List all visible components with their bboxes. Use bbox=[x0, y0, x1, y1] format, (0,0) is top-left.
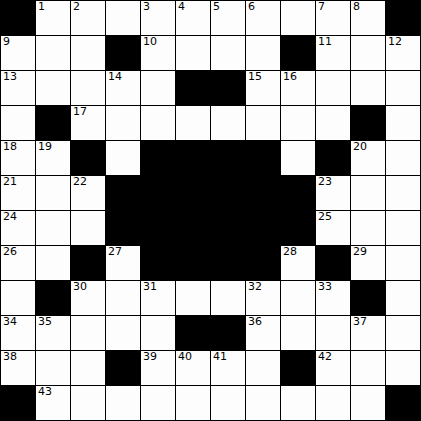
black-cell-r5c5 bbox=[176, 176, 210, 210]
black-cell-r5c6 bbox=[211, 176, 245, 210]
black-cell-r6c6 bbox=[211, 211, 245, 245]
cell-r0c7[interactable]: 6 bbox=[246, 1, 280, 35]
cell-r3c6[interactable] bbox=[211, 106, 245, 140]
black-cell-r8c1 bbox=[36, 281, 70, 315]
cell-r1c4[interactable]: 10 bbox=[141, 36, 175, 70]
cell-r11c5[interactable] bbox=[176, 386, 210, 420]
cell-r8c2[interactable]: 30 bbox=[71, 281, 105, 315]
black-cell-r9c6 bbox=[211, 316, 245, 350]
cell-r10c10[interactable] bbox=[351, 351, 385, 385]
cell-r9c3[interactable] bbox=[106, 316, 140, 350]
cell-r0c10[interactable]: 8 bbox=[351, 1, 385, 35]
black-cell-r8c10 bbox=[351, 281, 385, 315]
cell-r11c9[interactable] bbox=[316, 386, 350, 420]
black-cell-r10c3 bbox=[106, 351, 140, 385]
cell-r10c6[interactable]: 41 bbox=[211, 351, 245, 385]
cell-r2c10[interactable] bbox=[351, 71, 385, 105]
crossword-grid: 1234567891011121314151617181920212223242… bbox=[0, 0, 421, 421]
black-cell-r4c5 bbox=[176, 141, 210, 175]
cell-r2c11[interactable] bbox=[386, 71, 420, 105]
clue-number: 24 bbox=[3, 211, 17, 223]
cell-r4c10[interactable]: 20 bbox=[351, 141, 385, 175]
cell-r7c1[interactable] bbox=[36, 246, 70, 280]
clue-number: 8 bbox=[353, 1, 360, 13]
cell-r2c9[interactable] bbox=[316, 71, 350, 105]
cell-r4c8[interactable] bbox=[281, 141, 315, 175]
clue-number: 15 bbox=[248, 71, 262, 83]
cell-r3c5[interactable] bbox=[176, 106, 210, 140]
clue-number: 29 bbox=[353, 246, 367, 258]
cell-r0c6[interactable]: 5 bbox=[211, 1, 245, 35]
black-cell-r4c2 bbox=[71, 141, 105, 175]
cell-r5c9[interactable]: 23 bbox=[316, 176, 350, 210]
cell-r10c4[interactable]: 39 bbox=[141, 351, 175, 385]
black-cell-r5c4 bbox=[141, 176, 175, 210]
cell-r7c11[interactable] bbox=[386, 246, 420, 280]
cell-r9c1[interactable]: 35 bbox=[36, 316, 70, 350]
clue-number: 5 bbox=[213, 1, 220, 13]
cell-r8c11[interactable] bbox=[386, 281, 420, 315]
black-cell-r11c0 bbox=[1, 386, 35, 420]
cell-r8c5[interactable] bbox=[176, 281, 210, 315]
black-cell-r0c11 bbox=[386, 1, 420, 35]
cell-r10c0[interactable]: 38 bbox=[1, 351, 35, 385]
cell-r0c5[interactable]: 4 bbox=[176, 1, 210, 35]
cell-r2c4[interactable] bbox=[141, 71, 175, 105]
cell-r2c2[interactable] bbox=[71, 71, 105, 105]
clue-number: 33 bbox=[318, 281, 332, 293]
cell-r1c6[interactable] bbox=[211, 36, 245, 70]
clue-number: 30 bbox=[73, 281, 87, 293]
cell-r10c9[interactable]: 42 bbox=[316, 351, 350, 385]
black-cell-r2c5 bbox=[176, 71, 210, 105]
cell-r9c10[interactable]: 37 bbox=[351, 316, 385, 350]
black-cell-r7c4 bbox=[141, 246, 175, 280]
cell-r1c11[interactable]: 12 bbox=[386, 36, 420, 70]
cell-r6c11[interactable] bbox=[386, 211, 420, 245]
black-cell-r0c0 bbox=[1, 1, 35, 35]
cell-r1c2[interactable] bbox=[71, 36, 105, 70]
black-cell-r7c5 bbox=[176, 246, 210, 280]
cell-r11c2[interactable] bbox=[71, 386, 105, 420]
black-cell-r5c7 bbox=[246, 176, 280, 210]
black-cell-r6c8 bbox=[281, 211, 315, 245]
cell-r0c4[interactable]: 3 bbox=[141, 1, 175, 35]
cell-r3c3[interactable] bbox=[106, 106, 140, 140]
cell-r7c8[interactable]: 28 bbox=[281, 246, 315, 280]
cell-r3c4[interactable] bbox=[141, 106, 175, 140]
cell-r11c1[interactable]: 43 bbox=[36, 386, 70, 420]
clue-number: 28 bbox=[283, 246, 297, 258]
cell-r5c1[interactable] bbox=[36, 176, 70, 210]
cell-r0c8[interactable] bbox=[281, 1, 315, 35]
black-cell-r10c8 bbox=[281, 351, 315, 385]
cell-r7c0[interactable]: 26 bbox=[1, 246, 35, 280]
cell-r5c0[interactable]: 21 bbox=[1, 176, 35, 210]
black-cell-r4c6 bbox=[211, 141, 245, 175]
clue-number: 9 bbox=[3, 36, 10, 48]
cell-r11c10[interactable] bbox=[351, 386, 385, 420]
clue-number: 38 bbox=[3, 351, 17, 363]
clue-number: 17 bbox=[73, 106, 87, 118]
cell-r9c8[interactable] bbox=[281, 316, 315, 350]
black-cell-r5c3 bbox=[106, 176, 140, 210]
black-cell-r5c8 bbox=[281, 176, 315, 210]
cell-r4c11[interactable] bbox=[386, 141, 420, 175]
clue-number: 13 bbox=[3, 71, 17, 83]
cell-r8c8[interactable] bbox=[281, 281, 315, 315]
black-cell-r7c2 bbox=[71, 246, 105, 280]
cell-r10c5[interactable]: 40 bbox=[176, 351, 210, 385]
black-cell-r7c6 bbox=[211, 246, 245, 280]
clue-number: 35 bbox=[38, 316, 52, 328]
cell-r2c7[interactable]: 15 bbox=[246, 71, 280, 105]
clue-number: 39 bbox=[143, 351, 157, 363]
cell-r9c11[interactable] bbox=[386, 316, 420, 350]
clue-number: 42 bbox=[318, 351, 332, 363]
cell-r1c10[interactable] bbox=[351, 36, 385, 70]
cell-r8c6[interactable] bbox=[211, 281, 245, 315]
cell-r3c9[interactable] bbox=[316, 106, 350, 140]
clue-number: 43 bbox=[38, 386, 52, 398]
cell-r4c3[interactable] bbox=[106, 141, 140, 175]
clue-number: 34 bbox=[3, 316, 17, 328]
clue-number: 12 bbox=[388, 36, 402, 48]
cell-r1c9[interactable]: 11 bbox=[316, 36, 350, 70]
black-cell-r4c4 bbox=[141, 141, 175, 175]
black-cell-r6c3 bbox=[106, 211, 140, 245]
black-cell-r4c7 bbox=[246, 141, 280, 175]
cell-r6c1[interactable] bbox=[36, 211, 70, 245]
cell-r2c0[interactable]: 13 bbox=[1, 71, 35, 105]
clue-number: 36 bbox=[248, 316, 262, 328]
cell-r3c7[interactable] bbox=[246, 106, 280, 140]
black-cell-r2c6 bbox=[211, 71, 245, 105]
cell-r10c1[interactable] bbox=[36, 351, 70, 385]
cell-r5c2[interactable]: 22 bbox=[71, 176, 105, 210]
cell-r9c7[interactable]: 36 bbox=[246, 316, 280, 350]
cell-r1c7[interactable] bbox=[246, 36, 280, 70]
cell-r5c10[interactable] bbox=[351, 176, 385, 210]
clue-number: 23 bbox=[318, 176, 332, 188]
clue-number: 22 bbox=[73, 176, 87, 188]
cell-r4c0[interactable]: 18 bbox=[1, 141, 35, 175]
clue-number: 27 bbox=[108, 246, 122, 258]
cell-r3c2[interactable]: 17 bbox=[71, 106, 105, 140]
black-cell-r6c5 bbox=[176, 211, 210, 245]
black-cell-r4c9 bbox=[316, 141, 350, 175]
cell-r7c3[interactable]: 27 bbox=[106, 246, 140, 280]
cell-r2c1[interactable] bbox=[36, 71, 70, 105]
black-cell-r1c3 bbox=[106, 36, 140, 70]
cell-r6c9[interactable]: 25 bbox=[316, 211, 350, 245]
clue-number: 1 bbox=[38, 1, 45, 13]
cell-r3c11[interactable] bbox=[386, 106, 420, 140]
cell-r6c2[interactable] bbox=[71, 211, 105, 245]
cell-r8c4[interactable]: 31 bbox=[141, 281, 175, 315]
clue-number: 31 bbox=[143, 281, 157, 293]
cell-r5c11[interactable] bbox=[386, 176, 420, 210]
cell-r11c3[interactable] bbox=[106, 386, 140, 420]
cell-r6c0[interactable]: 24 bbox=[1, 211, 35, 245]
cell-r8c7[interactable]: 32 bbox=[246, 281, 280, 315]
clue-number: 40 bbox=[178, 351, 192, 363]
cell-r2c8[interactable]: 16 bbox=[281, 71, 315, 105]
black-cell-r3c1 bbox=[36, 106, 70, 140]
cell-r10c2[interactable] bbox=[71, 351, 105, 385]
cell-r0c3[interactable] bbox=[106, 1, 140, 35]
cell-r1c1[interactable] bbox=[36, 36, 70, 70]
clue-number: 11 bbox=[318, 36, 332, 48]
cell-r6c10[interactable] bbox=[351, 211, 385, 245]
clue-number: 25 bbox=[318, 211, 332, 223]
cell-r11c7[interactable] bbox=[246, 386, 280, 420]
cell-r9c0[interactable]: 34 bbox=[1, 316, 35, 350]
clue-number: 37 bbox=[353, 316, 367, 328]
cell-r1c5[interactable] bbox=[176, 36, 210, 70]
clue-number: 2 bbox=[73, 1, 80, 13]
clue-number: 19 bbox=[38, 141, 52, 153]
cell-r0c1[interactable]: 1 bbox=[36, 1, 70, 35]
cell-r10c11[interactable] bbox=[386, 351, 420, 385]
cell-r9c9[interactable] bbox=[316, 316, 350, 350]
cell-r8c9[interactable]: 33 bbox=[316, 281, 350, 315]
cell-r0c2[interactable]: 2 bbox=[71, 1, 105, 35]
clue-number: 41 bbox=[213, 351, 227, 363]
clue-number: 3 bbox=[143, 1, 150, 13]
black-cell-r3c10 bbox=[351, 106, 385, 140]
cell-r10c7[interactable] bbox=[246, 351, 280, 385]
clue-number: 20 bbox=[353, 141, 367, 153]
cell-r9c2[interactable] bbox=[71, 316, 105, 350]
clue-number: 10 bbox=[143, 36, 157, 48]
cell-r11c4[interactable] bbox=[141, 386, 175, 420]
clue-number: 21 bbox=[3, 176, 17, 188]
cell-r0c9[interactable]: 7 bbox=[316, 1, 350, 35]
black-cell-r7c7 bbox=[246, 246, 280, 280]
cell-r7c10[interactable]: 29 bbox=[351, 246, 385, 280]
black-cell-r11c11 bbox=[386, 386, 420, 420]
cell-r3c0[interactable] bbox=[1, 106, 35, 140]
cell-r8c3[interactable] bbox=[106, 281, 140, 315]
black-cell-r9c5 bbox=[176, 316, 210, 350]
clue-number: 16 bbox=[283, 71, 297, 83]
clue-number: 7 bbox=[318, 1, 325, 13]
clue-number: 32 bbox=[248, 281, 262, 293]
clue-number: 4 bbox=[178, 1, 185, 13]
cell-r11c8[interactable] bbox=[281, 386, 315, 420]
clue-number: 6 bbox=[248, 1, 255, 13]
black-cell-r6c7 bbox=[246, 211, 280, 245]
black-cell-r7c9 bbox=[316, 246, 350, 280]
cell-r3c8[interactable] bbox=[281, 106, 315, 140]
black-cell-r1c8 bbox=[281, 36, 315, 70]
cell-r11c6[interactable] bbox=[211, 386, 245, 420]
clue-number: 14 bbox=[108, 71, 122, 83]
cell-r8c0[interactable] bbox=[1, 281, 35, 315]
cell-r4c1[interactable]: 19 bbox=[36, 141, 70, 175]
cell-r2c3[interactable]: 14 bbox=[106, 71, 140, 105]
clue-number: 18 bbox=[3, 141, 17, 153]
black-cell-r6c4 bbox=[141, 211, 175, 245]
cell-r9c4[interactable] bbox=[141, 316, 175, 350]
cell-r1c0[interactable]: 9 bbox=[1, 36, 35, 70]
clue-number: 26 bbox=[3, 246, 17, 258]
